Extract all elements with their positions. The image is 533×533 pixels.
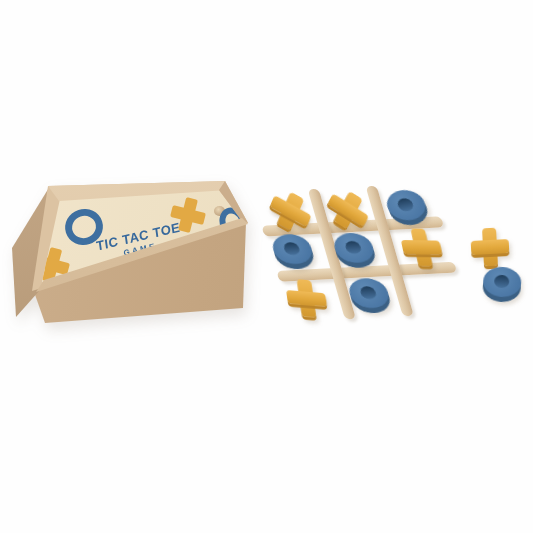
spare-piece-slot bbox=[482, 266, 522, 304]
piece-x[interactable] bbox=[398, 228, 445, 266]
piece-o[interactable] bbox=[269, 233, 317, 270]
piece-o[interactable] bbox=[346, 277, 394, 314]
board-grid bbox=[245, 181, 459, 322]
cell-1-0[interactable] bbox=[257, 227, 337, 276]
x-bar-horizontal bbox=[285, 289, 326, 306]
tic-tac-toe-board bbox=[245, 181, 459, 322]
x-bar-horizontal bbox=[471, 239, 510, 255]
piece-x[interactable] bbox=[284, 278, 328, 319]
piece-x[interactable] bbox=[470, 227, 510, 267]
piece-o[interactable] bbox=[331, 232, 379, 269]
product-photo-canvas: TIC TAC TOE GAME bbox=[0, 0, 533, 533]
piece-o[interactable] bbox=[482, 266, 522, 304]
spare-piece-slot bbox=[470, 227, 510, 267]
x-bar-horizontal bbox=[400, 240, 442, 254]
cell-0-0[interactable] bbox=[245, 187, 324, 231]
